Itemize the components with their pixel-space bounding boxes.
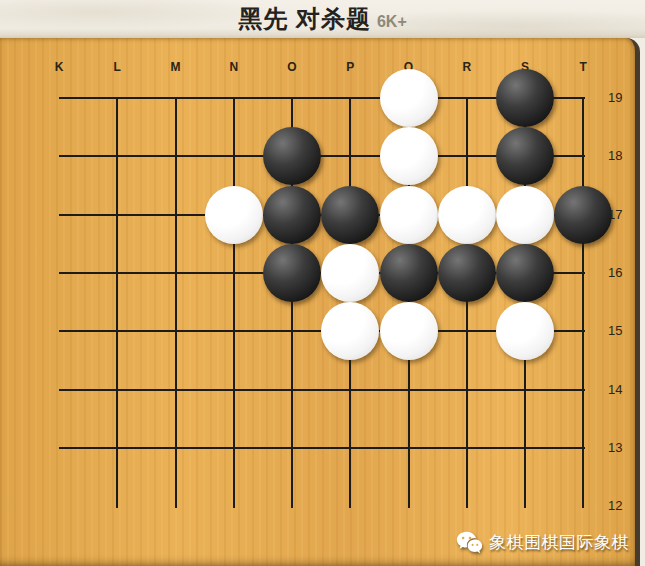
column-label-R: R bbox=[456, 60, 478, 74]
row-label-12: 12 bbox=[608, 498, 636, 513]
stone-black-Q16[interactable] bbox=[380, 244, 438, 302]
watermark: 象棋围棋国际象棋 bbox=[456, 531, 629, 554]
stone-black-S16[interactable] bbox=[496, 244, 554, 302]
wechat-icon bbox=[456, 531, 482, 554]
stone-black-O17[interactable] bbox=[263, 186, 321, 244]
stone-white-Q19[interactable] bbox=[380, 69, 438, 127]
stone-white-N17[interactable] bbox=[205, 186, 263, 244]
stone-black-S18[interactable] bbox=[496, 127, 554, 185]
row-label-15: 15 bbox=[608, 323, 636, 338]
stone-black-S19[interactable] bbox=[496, 69, 554, 127]
grid-line-row-14 bbox=[59, 389, 585, 391]
go-board[interactable]: KLMNOPQRST1918171615141312 bbox=[0, 38, 640, 566]
column-label-O: O bbox=[281, 60, 303, 74]
stone-black-R16[interactable] bbox=[438, 244, 496, 302]
column-label-M: M bbox=[165, 60, 187, 74]
stone-white-Q18[interactable] bbox=[380, 127, 438, 185]
stone-white-Q17[interactable] bbox=[380, 186, 438, 244]
stone-black-P17[interactable] bbox=[321, 186, 379, 244]
stone-white-Q15[interactable] bbox=[380, 302, 438, 360]
column-label-T: T bbox=[572, 60, 594, 74]
grid-line-col-L bbox=[116, 98, 118, 508]
stone-white-R17[interactable] bbox=[438, 186, 496, 244]
row-label-19: 19 bbox=[608, 90, 636, 105]
stone-white-P16[interactable] bbox=[321, 244, 379, 302]
column-label-L: L bbox=[106, 60, 128, 74]
grid-line-row-13 bbox=[59, 447, 585, 449]
row-label-16: 16 bbox=[608, 265, 636, 280]
row-label-14: 14 bbox=[608, 382, 636, 397]
column-label-N: N bbox=[223, 60, 245, 74]
title-bar: 黑先 对杀题 6K+ bbox=[0, 0, 645, 38]
grid-line-col-T bbox=[582, 98, 584, 508]
grid-line-col-M bbox=[175, 98, 177, 508]
grid-line-col-R bbox=[466, 98, 468, 508]
go-problem-page: 黑先 对杀题 6K+ KLMNOPQRST1918171615141312 象棋… bbox=[0, 0, 645, 566]
page-title: 黑先 对杀题 bbox=[238, 3, 371, 35]
row-label-18: 18 bbox=[608, 148, 636, 163]
stone-white-S17[interactable] bbox=[496, 186, 554, 244]
grid-line-col-N bbox=[233, 98, 235, 508]
watermark-text: 象棋围棋国际象棋 bbox=[489, 531, 629, 554]
column-label-P: P bbox=[339, 60, 361, 74]
stone-black-O16[interactable] bbox=[263, 244, 321, 302]
difficulty-badge: 6K+ bbox=[377, 7, 407, 31]
stone-black-T17[interactable] bbox=[554, 186, 612, 244]
stone-white-P15[interactable] bbox=[321, 302, 379, 360]
stone-black-O18[interactable] bbox=[263, 127, 321, 185]
column-label-K: K bbox=[48, 60, 70, 74]
row-label-13: 13 bbox=[608, 440, 636, 455]
row-label-17: 17 bbox=[608, 207, 636, 222]
stone-white-S15[interactable] bbox=[496, 302, 554, 360]
